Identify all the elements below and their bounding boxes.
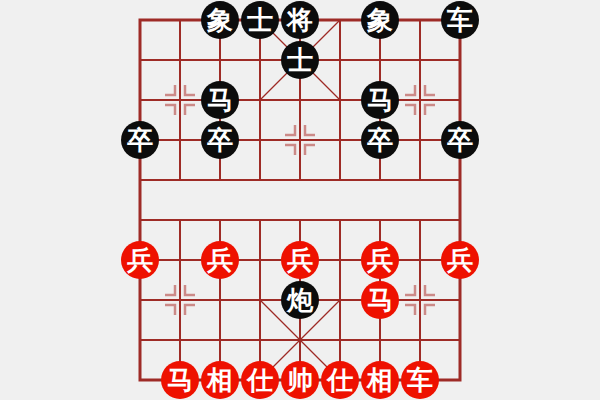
board-point: 帅 [280, 360, 320, 400]
board-point: 卒 [120, 120, 160, 160]
piece-red-soldier[interactable]: 兵 [281, 241, 319, 279]
board-point: 将 [280, 0, 320, 40]
board-point: 卒 [200, 120, 240, 160]
piece-red-advisor[interactable]: 仕 [241, 361, 279, 399]
board-point: 马 [200, 80, 240, 120]
piece-red-soldier[interactable]: 兵 [121, 241, 159, 279]
piece-black-elephant[interactable]: 象 [201, 1, 239, 39]
board-point: 象 [200, 0, 240, 40]
board-point: 士 [280, 40, 320, 80]
xiangqi-board: 象士将象车士马马卒卒卒卒兵兵兵兵兵炮马马相仕帅仕相车 [120, 0, 480, 400]
board-point: 兵 [120, 240, 160, 280]
board-point: 卒 [440, 120, 480, 160]
piece-black-cannon[interactable]: 炮 [281, 281, 319, 319]
board-point: 卒 [360, 120, 400, 160]
piece-black-elephant[interactable]: 象 [361, 1, 399, 39]
board-point: 相 [360, 360, 400, 400]
piece-red-advisor[interactable]: 仕 [321, 361, 359, 399]
board-point: 车 [440, 0, 480, 40]
board-point: 马 [160, 360, 200, 400]
piece-black-advisor[interactable]: 士 [281, 41, 319, 79]
piece-black-chariot[interactable]: 车 [441, 1, 479, 39]
piece-red-horse[interactable]: 马 [361, 281, 399, 319]
board-point: 兵 [440, 240, 480, 280]
piece-black-general[interactable]: 将 [281, 1, 319, 39]
board-point: 兵 [360, 240, 400, 280]
piece-black-horse[interactable]: 马 [201, 81, 239, 119]
piece-red-elephant[interactable]: 相 [201, 361, 239, 399]
piece-red-horse[interactable]: 马 [161, 361, 199, 399]
piece-red-soldier[interactable]: 兵 [361, 241, 399, 279]
piece-black-soldier[interactable]: 卒 [361, 121, 399, 159]
board-point: 车 [400, 360, 440, 400]
board-point: 炮 [280, 280, 320, 320]
piece-red-elephant[interactable]: 相 [361, 361, 399, 399]
board-point: 相 [200, 360, 240, 400]
board-point: 兵 [280, 240, 320, 280]
piece-red-soldier[interactable]: 兵 [441, 241, 479, 279]
xiangqi-board-screen: 象士将象车士马马卒卒卒卒兵兵兵兵兵炮马马相仕帅仕相车 [0, 0, 600, 400]
piece-black-horse[interactable]: 马 [361, 81, 399, 119]
board-point: 马 [360, 280, 400, 320]
piece-black-soldier[interactable]: 卒 [441, 121, 479, 159]
board-point: 仕 [240, 360, 280, 400]
piece-black-advisor[interactable]: 士 [241, 1, 279, 39]
piece-black-soldier[interactable]: 卒 [121, 121, 159, 159]
piece-red-general[interactable]: 帅 [281, 361, 319, 399]
board-point: 象 [360, 0, 400, 40]
board-point: 兵 [200, 240, 240, 280]
piece-red-chariot[interactable]: 车 [401, 361, 439, 399]
board-point: 仕 [320, 360, 360, 400]
board-point: 士 [240, 0, 280, 40]
piece-red-soldier[interactable]: 兵 [201, 241, 239, 279]
board-point: 马 [360, 80, 400, 120]
piece-black-soldier[interactable]: 卒 [201, 121, 239, 159]
